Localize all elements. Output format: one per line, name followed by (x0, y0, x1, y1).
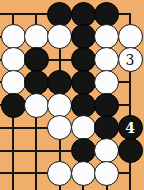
go-board: 34 (0, 0, 144, 190)
white-stone (24, 93, 49, 118)
go-diagram: 34 (0, 0, 144, 190)
white-stone (24, 24, 49, 49)
black-stone (71, 93, 96, 118)
black-stone (1, 93, 26, 118)
black-stone (71, 70, 96, 95)
black-stone (24, 47, 49, 72)
move-number-label: 3 (126, 53, 135, 67)
white-stone (1, 70, 26, 95)
black-stone (71, 2, 96, 27)
black-stone (94, 93, 119, 118)
white-stone (47, 115, 72, 140)
black-stone (24, 70, 49, 95)
white-stone (1, 24, 26, 49)
white-stone (47, 161, 72, 186)
move-number-label: 4 (125, 121, 135, 135)
black-stone (47, 2, 72, 27)
white-stone (94, 47, 119, 72)
white-stone (94, 70, 119, 95)
white-stone (118, 24, 143, 49)
black-stone (71, 24, 96, 49)
black-stone (118, 138, 143, 163)
white-stone (71, 161, 96, 186)
white-stone (94, 138, 119, 163)
white-stone (71, 115, 96, 140)
white-stone (47, 93, 72, 118)
black-stone (71, 47, 96, 72)
white-stone (1, 47, 26, 72)
black-stone (47, 70, 72, 95)
white-stone (94, 161, 119, 186)
black-stone (94, 2, 119, 27)
black-stone-move-4: 4 (118, 115, 143, 140)
black-stone (71, 138, 96, 163)
white-stone (47, 24, 72, 49)
white-stone-move-3: 3 (118, 47, 143, 72)
black-stone (94, 115, 119, 140)
white-stone (94, 24, 119, 49)
